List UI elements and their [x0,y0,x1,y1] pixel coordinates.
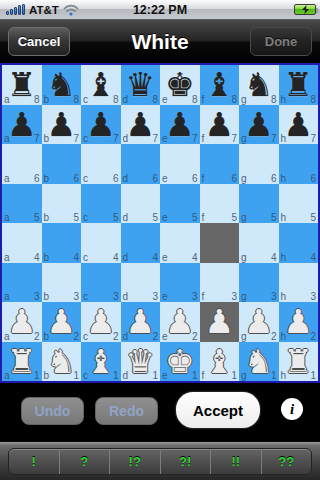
file-label: d [123,212,129,223]
file-label: f [202,212,205,223]
annotation-segmented-control: !?!??!!!?? [8,448,312,475]
square-e1[interactable]: e1♚ [160,342,200,382]
piece-white-bishop: ♝ [81,342,121,382]
square-d2[interactable]: d2♟ [121,302,161,342]
file-label: b [44,212,50,223]
rank-label: 5 [271,212,277,223]
carrier-label: AT&T [29,4,59,16]
piece-black-rook: ♜ [2,65,42,105]
rank-label: 3 [310,291,316,302]
rank-label: 5 [73,212,79,223]
wifi-icon [63,4,79,16]
piece-black-pawn: ♟ [81,105,121,145]
square-b4[interactable]: b4 [42,223,82,263]
square-e5[interactable]: e5 [160,184,200,224]
piece-white-pawn: ♟ [200,302,240,342]
file-label: e [162,291,168,302]
square-h3[interactable]: h3 [279,263,319,303]
rank-label: 3 [231,291,237,302]
file-label: g [241,252,247,263]
square-e2[interactable]: e2♟ [160,302,200,342]
rank-label: 3 [34,291,40,302]
square-c4[interactable]: c4 [81,223,121,263]
rank-label: 4 [113,252,119,263]
square-c3[interactable]: c3 [81,263,121,303]
rank-label: 4 [271,252,277,263]
piece-black-rook: ♜ [279,65,319,105]
square-e6[interactable]: e6 [160,144,200,184]
square-a4[interactable]: a4 [2,223,42,263]
square-a5[interactable]: a5 [2,184,42,224]
undo-button[interactable]: Undo [21,397,84,425]
piece-white-pawn: ♟ [160,302,200,342]
action-bar: Undo Redo Accept i [0,383,320,441]
piece-white-rook: ♜ [2,342,42,382]
iphone-screen: AT&T 12:22 PM Cancel White Done a8♜b8♞c8… [0,0,320,480]
square-a1[interactable]: a1♜ [2,342,42,382]
square-d6[interactable]: d6 [121,144,161,184]
rank-label: 6 [34,173,40,184]
square-g2[interactable]: g2♟ [239,302,279,342]
square-d5[interactable]: d5 [121,184,161,224]
file-label: a [4,212,10,223]
square-h7[interactable]: h7♟ [279,105,319,145]
rank-label: 6 [152,173,158,184]
piece-white-bishop: ♝ [200,342,240,382]
square-g3[interactable]: g3 [239,263,279,303]
piece-black-knight: ♞ [42,65,82,105]
rank-label: 5 [113,212,119,223]
square-e3[interactable]: e3 [160,263,200,303]
file-label: h [281,252,287,263]
signal-strength-icon [4,4,25,15]
file-label: e [162,173,168,184]
piece-black-bishop: ♝ [81,65,121,105]
square-h2[interactable]: h2♟ [279,302,319,342]
annotation-button-3[interactable]: !? [109,449,160,474]
piece-white-queen: ♛ [121,342,161,382]
square-g5[interactable]: g5 [239,184,279,224]
annotation-toolbar: !?!??!!!?? [0,441,320,480]
annotation-button-5[interactable]: !! [210,449,261,474]
square-d8[interactable]: d8♛ [121,65,161,105]
piece-white-pawn: ♟ [42,302,82,342]
rank-label: 3 [192,291,198,302]
rank-label: 3 [271,291,277,302]
file-label: b [44,291,50,302]
rank-label: 6 [310,173,316,184]
cancel-button[interactable]: Cancel [8,27,70,56]
square-a3[interactable]: a3 [2,263,42,303]
file-label: d [123,173,129,184]
piece-white-pawn: ♟ [279,302,319,342]
square-h1[interactable]: h1♜ [279,342,319,382]
rank-label: 6 [73,173,79,184]
rank-label: 4 [192,252,198,263]
piece-black-queen: ♛ [121,65,161,105]
piece-white-knight: ♞ [42,342,82,382]
done-button[interactable]: Done [250,27,312,56]
piece-black-pawn: ♟ [200,105,240,145]
file-label: a [4,173,10,184]
square-b2[interactable]: b2♟ [42,302,82,342]
status-left: AT&T [4,4,79,16]
piece-black-pawn: ♟ [279,105,319,145]
annotation-button-2[interactable]: ? [59,449,110,474]
file-label: h [281,291,287,302]
piece-white-knight: ♞ [239,342,279,382]
square-d1[interactable]: d1♛ [121,342,161,382]
annotation-button-4[interactable]: ?! [160,449,211,474]
file-label: d [123,291,129,302]
chess-board: a8♜b8♞c8♝d8♛e8♚f8♝g8♞h8♜a7♟b7♟c7♟d7♟e7♟f… [0,63,320,383]
file-label: g [241,212,247,223]
square-e7[interactable]: e7♟ [160,105,200,145]
piece-white-pawn: ♟ [2,302,42,342]
accept-button[interactable]: Accept [176,392,260,428]
square-f5[interactable]: f5 [200,184,240,224]
square-f7[interactable]: f7♟ [200,105,240,145]
piece-black-king: ♚ [160,65,200,105]
file-label: f [202,291,205,302]
annotation-button-6[interactable]: ?? [261,449,312,474]
rank-label: 4 [34,252,40,263]
rank-label: 5 [34,212,40,223]
annotation-button-1[interactable]: ! [9,449,59,474]
navigation-bar: Cancel White Done [0,20,320,63]
file-label: b [44,252,50,263]
file-label: c [83,173,88,184]
square-b3[interactable]: b3 [42,263,82,303]
rank-label: 4 [310,252,316,263]
square-c5[interactable]: c5 [81,184,121,224]
rank-label: 6 [231,173,237,184]
square-d3[interactable]: d3 [121,263,161,303]
file-label: h [281,212,287,223]
square-e4[interactable]: e4 [160,223,200,263]
piece-white-pawn: ♟ [239,302,279,342]
piece-white-king: ♚ [160,342,200,382]
file-label: c [83,252,88,263]
status-right [294,4,316,15]
square-h8[interactable]: h8♜ [279,65,319,105]
file-label: f [202,173,205,184]
rank-label: 3 [152,291,158,302]
rank-label: 6 [271,173,277,184]
square-h5[interactable]: h5 [279,184,319,224]
piece-black-pawn: ♟ [42,105,82,145]
file-label: e [162,212,168,223]
piece-black-bishop: ♝ [200,65,240,105]
piece-black-pawn: ♟ [121,105,161,145]
square-f4[interactable] [200,223,240,263]
status-bar: AT&T 12:22 PM [0,0,320,20]
rank-label: 5 [152,212,158,223]
file-label: g [241,173,247,184]
redo-button[interactable]: Redo [95,397,158,425]
square-c7[interactable]: c7♟ [81,105,121,145]
square-a2[interactable]: a2♟ [2,302,42,342]
square-a8[interactable]: a8♜ [2,65,42,105]
file-label: c [83,212,88,223]
square-c2[interactable]: c2♟ [81,302,121,342]
file-label: e [162,252,168,263]
square-b6[interactable]: b6 [42,144,82,184]
rank-label: 3 [73,291,79,302]
square-c1[interactable]: c1♝ [81,342,121,382]
square-b1[interactable]: b1♞ [42,342,82,382]
square-g7[interactable]: g7♟ [239,105,279,145]
piece-black-knight: ♞ [239,65,279,105]
piece-black-pawn: ♟ [239,105,279,145]
rank-label: 4 [73,252,79,263]
square-e8[interactable]: e8♚ [160,65,200,105]
rank-label: 5 [310,212,316,223]
file-label: c [83,291,88,302]
rank-label: 6 [192,173,198,184]
file-label: a [4,252,10,263]
piece-white-pawn: ♟ [121,302,161,342]
info-button[interactable]: i [281,398,303,420]
rank-label: 5 [192,212,198,223]
square-g1[interactable]: g1♞ [239,342,279,382]
piece-white-pawn: ♟ [81,302,121,342]
square-b5[interactable]: b5 [42,184,82,224]
file-label: b [44,173,50,184]
square-g4[interactable]: g4 [239,223,279,263]
rank-label: 6 [113,173,119,184]
square-d4[interactable]: d4 [121,223,161,263]
piece-black-pawn: ♟ [2,105,42,145]
square-h4[interactable]: h4 [279,223,319,263]
rank-label: 4 [152,252,158,263]
square-f1[interactable]: f1♝ [200,342,240,382]
file-label: a [4,291,10,302]
square-c6[interactable]: c6 [81,144,121,184]
square-c8[interactable]: c8♝ [81,65,121,105]
square-f3[interactable]: f3 [200,263,240,303]
square-b8[interactable]: b8♞ [42,65,82,105]
square-b7[interactable]: b7♟ [42,105,82,145]
square-g8[interactable]: g8♞ [239,65,279,105]
piece-black-pawn: ♟ [160,105,200,145]
file-label: g [241,291,247,302]
file-label: h [281,173,287,184]
square-a7[interactable]: a7♟ [2,105,42,145]
square-f8[interactable]: f8♝ [200,65,240,105]
piece-white-rook: ♜ [279,342,319,382]
battery-charging-icon [294,4,316,15]
square-f6[interactable]: f6 [200,144,240,184]
square-g6[interactable]: g6 [239,144,279,184]
square-f2[interactable]: ♟ [200,302,240,342]
rank-label: 3 [113,291,119,302]
square-a6[interactable]: a6 [2,144,42,184]
square-d7[interactable]: d7♟ [121,105,161,145]
square-h6[interactable]: h6 [279,144,319,184]
file-label: d [123,252,129,263]
rank-label: 5 [231,212,237,223]
